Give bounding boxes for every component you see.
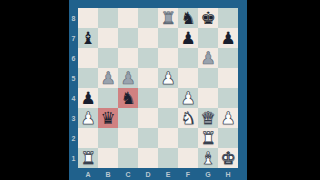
letterbox-left [0, 0, 69, 180]
file-label-a: A [78, 168, 98, 180]
square-c8[interactable] [118, 8, 138, 28]
square-c2[interactable] [118, 128, 138, 148]
square-h6[interactable] [218, 48, 238, 68]
rank-label-1: 1 [69, 148, 78, 168]
piece-black-pawn[interactable]: ♟ [120, 69, 135, 86]
square-g3[interactable]: ♛ [198, 108, 218, 128]
square-b5[interactable]: ♟ [98, 68, 118, 88]
square-b3[interactable]: ♛ [98, 108, 118, 128]
piece-white-pawn[interactable]: ♟ [220, 109, 235, 126]
file-label-b: B [98, 168, 118, 180]
square-a3[interactable]: ♟ [78, 108, 98, 128]
square-c7[interactable] [118, 28, 138, 48]
piece-white-king[interactable]: ♚ [220, 149, 235, 166]
chess-board: ♜♞♚♝♟♟♟♟♟♟♟♞♟♟♛♞♛♟♜♜♝♚ [78, 8, 238, 168]
square-f2[interactable] [178, 128, 198, 148]
square-g6[interactable]: ♟ [198, 48, 218, 68]
piece-white-rook[interactable]: ♜ [80, 149, 95, 166]
file-label-c: C [118, 168, 138, 180]
square-h1[interactable]: ♚ [218, 148, 238, 168]
piece-black-king[interactable]: ♚ [200, 9, 215, 26]
square-d1[interactable] [138, 148, 158, 168]
piece-white-pawn[interactable]: ♟ [180, 89, 195, 106]
rank-label-4: 4 [69, 88, 78, 108]
piece-white-queen[interactable]: ♛ [200, 109, 215, 126]
square-g4[interactable] [198, 88, 218, 108]
piece-black-knight[interactable]: ♞ [120, 89, 135, 106]
square-b8[interactable] [98, 8, 118, 28]
piece-white-knight[interactable]: ♞ [180, 109, 195, 126]
rank-label-6: 6 [69, 48, 78, 68]
rank-label-7: 7 [69, 28, 78, 48]
piece-black-knight[interactable]: ♞ [180, 9, 195, 26]
piece-black-pawn[interactable]: ♟ [80, 89, 95, 106]
square-c3[interactable] [118, 108, 138, 128]
file-label-d: D [138, 168, 158, 180]
square-h8[interactable] [218, 8, 238, 28]
square-a8[interactable] [78, 8, 98, 28]
rank-label-8: 8 [69, 8, 78, 28]
square-a5[interactable] [78, 68, 98, 88]
square-c4[interactable]: ♞ [118, 88, 138, 108]
square-e3[interactable] [158, 108, 178, 128]
square-d8[interactable] [138, 8, 158, 28]
square-h7[interactable]: ♟ [218, 28, 238, 48]
square-e5[interactable]: ♟ [158, 68, 178, 88]
piece-black-pawn[interactable]: ♟ [100, 69, 115, 86]
square-f7[interactable]: ♟ [178, 28, 198, 48]
rank-label-3: 3 [69, 108, 78, 128]
square-h2[interactable] [218, 128, 238, 148]
square-a1[interactable]: ♜ [78, 148, 98, 168]
square-a4[interactable]: ♟ [78, 88, 98, 108]
piece-black-pawn[interactable]: ♟ [220, 29, 235, 46]
square-e1[interactable] [158, 148, 178, 168]
file-label-h: H [218, 168, 238, 180]
square-e2[interactable] [158, 128, 178, 148]
square-a2[interactable] [78, 128, 98, 148]
square-a6[interactable] [78, 48, 98, 68]
square-d7[interactable] [138, 28, 158, 48]
square-e4[interactable] [158, 88, 178, 108]
square-d3[interactable] [138, 108, 158, 128]
board-frame: 87654321 ♜♞♚♝♟♟♟♟♟♟♟♞♟♟♛♞♛♟♜♜♝♚ ABCDEFGH [69, 0, 247, 180]
piece-black-queen[interactable]: ♛ [100, 109, 115, 126]
piece-white-pawn[interactable]: ♟ [80, 109, 95, 126]
square-b1[interactable] [98, 148, 118, 168]
file-label-f: F [178, 168, 198, 180]
letterbox-right [247, 0, 320, 180]
rank-label-2: 2 [69, 128, 78, 148]
file-labels: ABCDEFGH [78, 168, 238, 180]
piece-white-bishop[interactable]: ♝ [200, 149, 215, 166]
square-d6[interactable] [138, 48, 158, 68]
piece-black-pawn[interactable]: ♟ [200, 49, 215, 66]
square-f1[interactable] [178, 148, 198, 168]
square-f5[interactable] [178, 68, 198, 88]
square-g5[interactable] [198, 68, 218, 88]
square-b6[interactable] [98, 48, 118, 68]
rank-labels: 87654321 [69, 8, 78, 168]
rank-label-5: 5 [69, 68, 78, 88]
square-h3[interactable]: ♟ [218, 108, 238, 128]
square-d2[interactable] [138, 128, 158, 148]
square-f3[interactable]: ♞ [178, 108, 198, 128]
piece-white-rook[interactable]: ♜ [200, 129, 215, 146]
square-h4[interactable] [218, 88, 238, 108]
square-g8[interactable]: ♚ [198, 8, 218, 28]
square-d4[interactable] [138, 88, 158, 108]
square-c5[interactable]: ♟ [118, 68, 138, 88]
square-b7[interactable] [98, 28, 118, 48]
square-c6[interactable] [118, 48, 138, 68]
piece-black-rook[interactable]: ♜ [160, 9, 175, 26]
square-b4[interactable] [98, 88, 118, 108]
square-e8[interactable]: ♜ [158, 8, 178, 28]
square-c1[interactable] [118, 148, 138, 168]
square-g2[interactable]: ♜ [198, 128, 218, 148]
square-d5[interactable] [138, 68, 158, 88]
square-f4[interactable]: ♟ [178, 88, 198, 108]
piece-black-bishop[interactable]: ♝ [80, 29, 95, 46]
piece-white-pawn[interactable]: ♟ [160, 69, 175, 86]
square-h5[interactable] [218, 68, 238, 88]
chess-app-stage: 87654321 ♜♞♚♝♟♟♟♟♟♟♟♞♟♟♛♞♛♟♜♜♝♚ ABCDEFGH [0, 0, 320, 180]
square-g7[interactable] [198, 28, 218, 48]
square-a7[interactable]: ♝ [78, 28, 98, 48]
square-b2[interactable] [98, 128, 118, 148]
square-f8[interactable]: ♞ [178, 8, 198, 28]
file-label-g: G [198, 168, 218, 180]
square-e6[interactable] [158, 48, 178, 68]
piece-black-pawn[interactable]: ♟ [180, 29, 195, 46]
square-f6[interactable] [178, 48, 198, 68]
square-e7[interactable] [158, 28, 178, 48]
file-label-e: E [158, 168, 178, 180]
square-g1[interactable]: ♝ [198, 148, 218, 168]
